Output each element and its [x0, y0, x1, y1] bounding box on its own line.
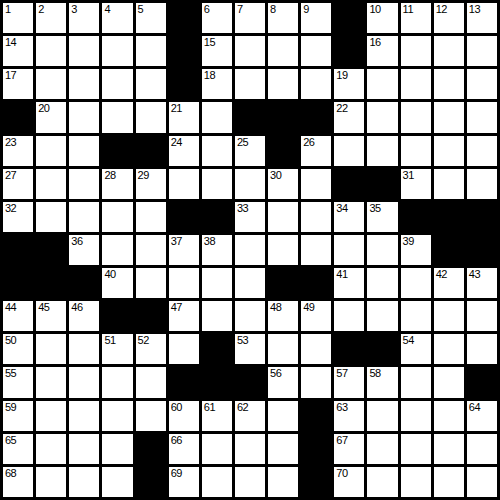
letter-cell[interactable] — [434, 169, 464, 199]
letter-cell[interactable] — [467, 136, 497, 166]
letter-cell[interactable] — [102, 69, 132, 99]
block-cell — [169, 202, 199, 232]
letter-cell[interactable]: 37 — [169, 235, 199, 265]
clue-number: 35 — [369, 202, 380, 214]
letter-cell[interactable]: 30 — [268, 169, 298, 199]
letter-cell[interactable] — [401, 401, 431, 431]
letter-cell[interactable]: 23 — [3, 136, 33, 166]
clue-number: 31 — [403, 169, 414, 181]
letter-cell[interactable]: 2 — [36, 3, 66, 33]
letter-cell[interactable] — [334, 235, 364, 265]
letter-cell[interactable] — [36, 334, 66, 364]
clue-number: 66 — [171, 434, 182, 446]
clue-number: 36 — [71, 235, 82, 247]
clue-number: 45 — [38, 301, 49, 313]
clue-number: 67 — [336, 434, 347, 446]
letter-cell[interactable]: 62 — [235, 401, 265, 431]
letter-cell[interactable]: 40 — [102, 268, 132, 298]
letter-cell[interactable] — [367, 467, 397, 497]
block-cell — [169, 36, 199, 66]
letter-cell[interactable]: 36 — [69, 235, 99, 265]
letter-cell[interactable] — [268, 334, 298, 364]
clue-number: 38 — [204, 235, 215, 247]
letter-cell[interactable]: 52 — [136, 334, 166, 364]
letter-cell[interactable] — [102, 434, 132, 464]
letter-cell[interactable]: 66 — [169, 434, 199, 464]
letter-cell[interactable]: 60 — [169, 401, 199, 431]
letter-cell[interactable]: 50 — [3, 334, 33, 364]
letter-cell[interactable] — [69, 367, 99, 397]
letter-cell[interactable] — [401, 268, 431, 298]
letter-cell[interactable]: 57 — [334, 367, 364, 397]
letter-cell[interactable]: 26 — [301, 136, 331, 166]
clue-number: 52 — [138, 334, 149, 346]
letter-cell[interactable] — [367, 235, 397, 265]
block-cell — [301, 467, 331, 497]
block-cell — [301, 268, 331, 298]
clue-number: 9 — [303, 3, 309, 15]
letter-cell[interactable] — [102, 36, 132, 66]
letter-cell[interactable] — [268, 202, 298, 232]
block-cell — [169, 69, 199, 99]
clue-number: 70 — [336, 467, 347, 479]
letter-cell[interactable] — [301, 367, 331, 397]
letter-cell[interactable] — [202, 434, 232, 464]
letter-cell[interactable]: 29 — [136, 169, 166, 199]
letter-cell[interactable]: 45 — [36, 301, 66, 331]
clue-number: 17 — [5, 69, 16, 81]
clue-number: 2 — [38, 3, 44, 15]
letter-cell[interactable] — [235, 69, 265, 99]
block-cell — [301, 401, 331, 431]
clue-number: 21 — [171, 102, 182, 114]
letter-cell[interactable] — [69, 467, 99, 497]
block-cell — [3, 235, 33, 265]
clue-number: 56 — [270, 367, 281, 379]
block-cell — [367, 334, 397, 364]
block-cell — [102, 136, 132, 166]
letter-cell[interactable]: 63 — [334, 401, 364, 431]
letter-cell[interactable] — [467, 69, 497, 99]
clue-number: 43 — [469, 268, 480, 280]
letter-cell[interactable] — [69, 434, 99, 464]
letter-cell[interactable] — [301, 69, 331, 99]
letter-cell[interactable]: 44 — [3, 301, 33, 331]
letter-cell[interactable] — [202, 301, 232, 331]
letter-cell[interactable] — [268, 69, 298, 99]
letter-cell[interactable]: 34 — [334, 202, 364, 232]
letter-cell[interactable] — [401, 367, 431, 397]
block-cell — [467, 235, 497, 265]
letter-cell[interactable] — [401, 136, 431, 166]
letter-cell[interactable] — [235, 235, 265, 265]
clue-number: 26 — [303, 136, 314, 148]
letter-cell[interactable] — [36, 36, 66, 66]
letter-cell[interactable]: 11 — [401, 3, 431, 33]
letter-cell[interactable] — [136, 268, 166, 298]
block-cell — [136, 467, 166, 497]
letter-cell[interactable] — [467, 301, 497, 331]
letter-cell[interactable] — [69, 169, 99, 199]
clue-number: 34 — [336, 202, 347, 214]
crossword-grid: 1234567891011121314151617181920212223242… — [0, 0, 500, 500]
letter-cell[interactable] — [36, 202, 66, 232]
letter-cell[interactable]: 58 — [367, 367, 397, 397]
clue-number: 29 — [138, 169, 149, 181]
letter-cell[interactable]: 35 — [367, 202, 397, 232]
block-cell — [36, 235, 66, 265]
letter-cell[interactable]: 51 — [102, 334, 132, 364]
letter-cell[interactable] — [102, 367, 132, 397]
clue-number: 49 — [303, 301, 314, 313]
letter-cell[interactable]: 28 — [102, 169, 132, 199]
letter-cell[interactable]: 69 — [169, 467, 199, 497]
letter-cell[interactable]: 13 — [467, 3, 497, 33]
clue-number: 32 — [5, 202, 16, 214]
block-cell — [467, 202, 497, 232]
letter-cell[interactable]: 38 — [202, 235, 232, 265]
letter-cell[interactable] — [268, 401, 298, 431]
letter-cell[interactable] — [202, 268, 232, 298]
letter-cell[interactable] — [367, 301, 397, 331]
letter-cell[interactable]: 27 — [3, 169, 33, 199]
clue-number: 22 — [336, 102, 347, 114]
letter-cell[interactable] — [301, 169, 331, 199]
letter-cell[interactable]: 70 — [334, 467, 364, 497]
block-cell — [136, 301, 166, 331]
letter-cell[interactable]: 32 — [3, 202, 33, 232]
letter-cell[interactable] — [367, 268, 397, 298]
letter-cell[interactable] — [102, 467, 132, 497]
letter-cell[interactable]: 61 — [202, 401, 232, 431]
clue-number: 11 — [403, 3, 413, 15]
letter-cell[interactable] — [102, 235, 132, 265]
block-cell — [36, 268, 66, 298]
letter-cell[interactable]: 8 — [268, 3, 298, 33]
letter-cell[interactable]: 4 — [102, 3, 132, 33]
letter-cell[interactable]: 12 — [434, 3, 464, 33]
letter-cell[interactable]: 20 — [36, 102, 66, 132]
letter-cell[interactable] — [136, 202, 166, 232]
clue-number: 1 — [5, 3, 11, 15]
letter-cell[interactable]: 67 — [334, 434, 364, 464]
letter-cell[interactable]: 47 — [169, 301, 199, 331]
clue-number: 55 — [5, 367, 16, 379]
letter-cell[interactable]: 17 — [3, 69, 33, 99]
letter-cell[interactable] — [136, 235, 166, 265]
letter-cell[interactable] — [235, 301, 265, 331]
letter-cell[interactable]: 22 — [334, 102, 364, 132]
letter-cell[interactable]: 18 — [202, 69, 232, 99]
clue-number: 54 — [403, 334, 414, 346]
letter-cell[interactable] — [401, 467, 431, 497]
letter-cell[interactable] — [136, 102, 166, 132]
letter-cell[interactable] — [235, 36, 265, 66]
letter-cell[interactable] — [102, 102, 132, 132]
letter-cell[interactable]: 31 — [401, 169, 431, 199]
clue-number: 19 — [336, 69, 347, 81]
letter-cell[interactable] — [36, 169, 66, 199]
clue-number: 23 — [5, 136, 16, 148]
letter-cell[interactable] — [268, 467, 298, 497]
letter-cell[interactable] — [235, 169, 265, 199]
letter-cell[interactable] — [202, 102, 232, 132]
letter-cell[interactable] — [136, 69, 166, 99]
letter-cell[interactable] — [434, 69, 464, 99]
letter-cell[interactable]: 3 — [69, 3, 99, 33]
clue-number: 53 — [237, 334, 248, 346]
block-cell — [235, 367, 265, 397]
clue-number: 33 — [237, 202, 248, 214]
block-cell — [202, 334, 232, 364]
clue-number: 57 — [336, 367, 347, 379]
block-cell — [136, 136, 166, 166]
letter-cell[interactable] — [434, 434, 464, 464]
clue-number: 3 — [71, 3, 77, 15]
clue-number: 25 — [237, 136, 248, 148]
letter-cell[interactable]: 59 — [3, 401, 33, 431]
letter-cell[interactable]: 7 — [235, 3, 265, 33]
letter-cell[interactable]: 1 — [3, 3, 33, 33]
clue-number: 20 — [38, 102, 49, 114]
letter-cell[interactable] — [434, 301, 464, 331]
block-cell — [136, 434, 166, 464]
block-cell — [367, 169, 397, 199]
letter-cell[interactable]: 9 — [301, 3, 331, 33]
letter-cell[interactable] — [36, 69, 66, 99]
letter-cell[interactable] — [102, 401, 132, 431]
block-cell — [301, 434, 331, 464]
block-cell — [334, 3, 364, 33]
letter-cell[interactable]: 42 — [434, 268, 464, 298]
letter-cell[interactable]: 49 — [301, 301, 331, 331]
letter-cell[interactable] — [202, 136, 232, 166]
block-cell — [268, 136, 298, 166]
letter-cell[interactable] — [136, 36, 166, 66]
block-cell — [202, 367, 232, 397]
letter-cell[interactable]: 46 — [69, 301, 99, 331]
letter-cell[interactable] — [202, 467, 232, 497]
clue-number: 24 — [171, 136, 182, 148]
clue-number: 39 — [403, 235, 414, 247]
block-cell — [69, 268, 99, 298]
letter-cell[interactable]: 6 — [202, 3, 232, 33]
letter-cell[interactable] — [36, 401, 66, 431]
letter-cell[interactable]: 19 — [334, 69, 364, 99]
clue-number: 46 — [71, 301, 82, 313]
letter-cell[interactable]: 21 — [169, 102, 199, 132]
letter-cell[interactable] — [268, 434, 298, 464]
clue-number: 14 — [5, 36, 16, 48]
letter-cell[interactable] — [69, 136, 99, 166]
block-cell — [202, 202, 232, 232]
letter-cell[interactable]: 5 — [136, 3, 166, 33]
letter-cell[interactable] — [434, 102, 464, 132]
letter-cell[interactable] — [467, 169, 497, 199]
clue-number: 61 — [204, 401, 215, 413]
letter-cell[interactable]: 55 — [3, 367, 33, 397]
letter-cell[interactable] — [102, 202, 132, 232]
letter-cell[interactable] — [169, 268, 199, 298]
clue-number: 47 — [171, 301, 182, 313]
letter-cell[interactable]: 64 — [467, 401, 497, 431]
clue-number: 15 — [204, 36, 215, 48]
letter-cell[interactable] — [69, 102, 99, 132]
block-cell — [434, 202, 464, 232]
letter-cell[interactable]: 54 — [401, 334, 431, 364]
letter-cell[interactable] — [467, 102, 497, 132]
letter-cell[interactable] — [69, 334, 99, 364]
clue-number: 37 — [171, 235, 182, 247]
clue-number: 60 — [171, 401, 182, 413]
block-cell — [334, 36, 364, 66]
letter-cell[interactable] — [367, 69, 397, 99]
letter-cell[interactable] — [401, 434, 431, 464]
letter-cell[interactable] — [467, 467, 497, 497]
block-cell — [169, 367, 199, 397]
letter-cell[interactable] — [69, 69, 99, 99]
letter-cell[interactable]: 10 — [367, 3, 397, 33]
letter-cell[interactable] — [69, 202, 99, 232]
block-cell — [235, 102, 265, 132]
letter-cell[interactable] — [401, 102, 431, 132]
block-cell — [334, 169, 364, 199]
letter-cell[interactable] — [367, 434, 397, 464]
letter-cell[interactable] — [434, 467, 464, 497]
letter-cell[interactable] — [367, 401, 397, 431]
clue-number: 13 — [469, 3, 480, 15]
block-cell — [3, 102, 33, 132]
clue-number: 63 — [336, 401, 347, 413]
block-cell — [102, 301, 132, 331]
clue-number: 12 — [436, 3, 447, 15]
block-cell — [434, 235, 464, 265]
letter-cell[interactable] — [334, 301, 364, 331]
letter-cell[interactable] — [69, 36, 99, 66]
letter-cell[interactable] — [169, 169, 199, 199]
letter-cell[interactable] — [334, 136, 364, 166]
clue-number: 28 — [104, 169, 115, 181]
letter-cell[interactable]: 33 — [235, 202, 265, 232]
clue-number: 5 — [138, 3, 144, 15]
block-cell — [268, 102, 298, 132]
letter-cell[interactable] — [367, 136, 397, 166]
clue-number: 58 — [369, 367, 380, 379]
letter-cell[interactable] — [401, 69, 431, 99]
clue-number: 30 — [270, 169, 281, 181]
clue-number: 64 — [469, 401, 480, 413]
letter-cell[interactable] — [235, 434, 265, 464]
letter-cell[interactable] — [301, 334, 331, 364]
letter-cell[interactable] — [202, 169, 232, 199]
letter-cell[interactable]: 41 — [334, 268, 364, 298]
letter-cell[interactable] — [36, 136, 66, 166]
clue-number: 6 — [204, 3, 210, 15]
letter-cell[interactable]: 25 — [235, 136, 265, 166]
letter-cell[interactable]: 43 — [467, 268, 497, 298]
letter-cell[interactable]: 15 — [202, 36, 232, 66]
letter-cell[interactable] — [434, 334, 464, 364]
clue-number: 42 — [436, 268, 447, 280]
block-cell — [334, 334, 364, 364]
clue-number: 18 — [204, 69, 215, 81]
block-cell — [169, 3, 199, 33]
clue-number: 4 — [104, 3, 110, 15]
letter-cell[interactable]: 53 — [235, 334, 265, 364]
clue-number: 40 — [104, 268, 115, 280]
clue-number: 59 — [5, 401, 16, 413]
letter-cell[interactable] — [36, 467, 66, 497]
clue-number: 48 — [270, 301, 281, 313]
letter-cell[interactable] — [434, 36, 464, 66]
block-cell — [3, 268, 33, 298]
letter-cell[interactable] — [268, 36, 298, 66]
clue-number: 41 — [336, 268, 347, 280]
letter-cell[interactable] — [467, 334, 497, 364]
letter-cell[interactable] — [434, 367, 464, 397]
clue-number: 7 — [237, 3, 243, 15]
letter-cell[interactable] — [467, 434, 497, 464]
clue-number: 65 — [5, 434, 16, 446]
letter-cell[interactable]: 48 — [268, 301, 298, 331]
letter-cell[interactable] — [136, 401, 166, 431]
letter-cell[interactable] — [235, 467, 265, 497]
letter-cell[interactable]: 14 — [3, 36, 33, 66]
letter-cell[interactable] — [136, 367, 166, 397]
clue-number: 44 — [5, 301, 16, 313]
letter-cell[interactable] — [301, 202, 331, 232]
letter-cell[interactable]: 39 — [401, 235, 431, 265]
letter-cell[interactable]: 65 — [3, 434, 33, 464]
letter-cell[interactable] — [36, 367, 66, 397]
clue-number: 10 — [369, 3, 380, 15]
letter-cell[interactable]: 56 — [268, 367, 298, 397]
clue-number: 50 — [5, 334, 16, 346]
clue-number: 62 — [237, 401, 248, 413]
letter-cell[interactable] — [467, 36, 497, 66]
clue-number: 8 — [270, 3, 276, 15]
letter-cell[interactable]: 24 — [169, 136, 199, 166]
letter-cell[interactable] — [401, 301, 431, 331]
clue-number: 68 — [5, 467, 16, 479]
block-cell — [401, 202, 431, 232]
letter-cell[interactable] — [434, 136, 464, 166]
letter-cell[interactable] — [69, 401, 99, 431]
letter-cell[interactable]: 16 — [367, 36, 397, 66]
clue-number: 69 — [171, 467, 182, 479]
letter-cell[interactable] — [235, 268, 265, 298]
clue-number: 27 — [5, 169, 16, 181]
letter-cell[interactable] — [268, 235, 298, 265]
clue-number: 51 — [104, 334, 115, 346]
letter-cell[interactable] — [367, 102, 397, 132]
block-cell — [467, 367, 497, 397]
letter-cell[interactable] — [301, 235, 331, 265]
block-cell — [301, 102, 331, 132]
clue-number: 16 — [369, 36, 380, 48]
letter-cell[interactable] — [36, 434, 66, 464]
block-cell — [268, 268, 298, 298]
letter-cell[interactable] — [434, 401, 464, 431]
letter-cell[interactable] — [169, 334, 199, 364]
letter-cell[interactable] — [301, 36, 331, 66]
letter-cell[interactable]: 68 — [3, 467, 33, 497]
letter-cell[interactable] — [401, 36, 431, 66]
